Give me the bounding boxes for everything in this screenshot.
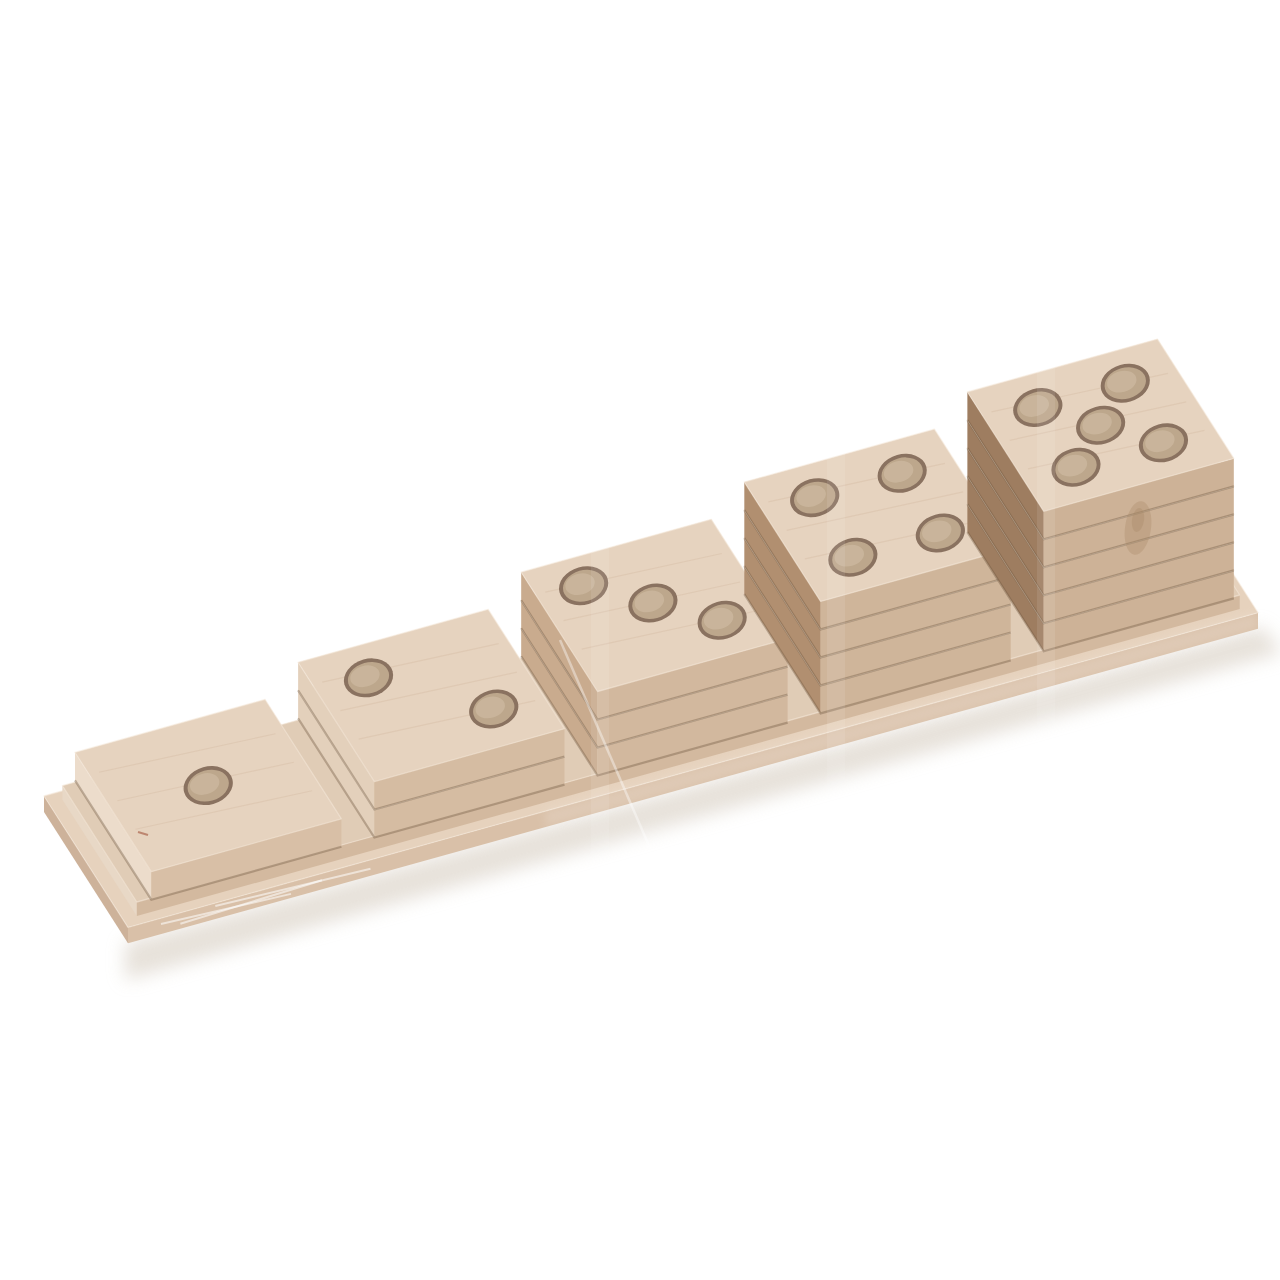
scene-svg — [0, 0, 1280, 1280]
wrap-glare-band — [827, 285, 845, 935]
wrap-glare-band — [1037, 285, 1055, 935]
wrap-glare-band — [591, 285, 609, 935]
product-photo-wooden-counting-stacker — [0, 0, 1280, 1280]
